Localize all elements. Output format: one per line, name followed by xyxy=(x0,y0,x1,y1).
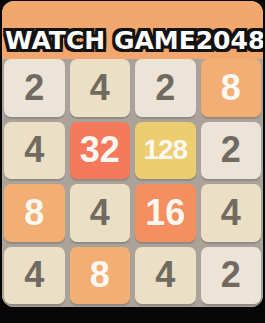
tile-r4c1: 4 xyxy=(4,247,65,305)
game-screen: WATCH GAME 2048 24284321282841644842 xyxy=(2,1,263,307)
board-grid[interactable]: 24284321282841644842 xyxy=(2,57,263,307)
tile-r4c2: 8 xyxy=(70,247,131,305)
tile-r2c3: 128 xyxy=(135,122,196,180)
tile-r3c2: 4 xyxy=(70,184,131,242)
tile-r4c4: 2 xyxy=(201,247,262,305)
tile-r2c2: 32 xyxy=(70,122,131,180)
tile-r4c3: 4 xyxy=(135,247,196,305)
tile-r3c4: 4 xyxy=(201,184,262,242)
tile-r3c3: 16 xyxy=(135,184,196,242)
tile-r1c2: 4 xyxy=(70,59,131,117)
header: WATCH GAME 2048 xyxy=(2,1,263,57)
tile-r1c4: 8 xyxy=(201,59,262,117)
tile-r1c1: 2 xyxy=(4,59,65,117)
tile-r2c4: 2 xyxy=(201,122,262,180)
tile-r3c1: 8 xyxy=(4,184,65,242)
tile-r2c1: 4 xyxy=(4,122,65,180)
title-2048: 2048 xyxy=(196,28,263,53)
title-watch-game: WATCH GAME xyxy=(5,28,196,53)
tile-r1c3: 2 xyxy=(135,59,196,117)
